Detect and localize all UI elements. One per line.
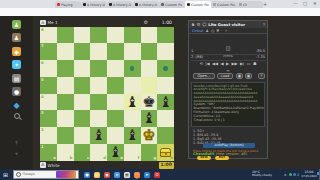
square-h3[interactable]	[157, 110, 174, 127]
window-close-button[interactable]: ✕	[313, 1, 317, 6]
sidebar-nav-puzzles-icon[interactable]: ◆	[12, 47, 21, 56]
square-e7[interactable]	[107, 43, 124, 60]
playback-button[interactable]: ▶▶	[231, 61, 237, 66]
chessbot-panel: ♞ ⚙ ☺ Lite Guest visitor ? Debut ♟◷▼·+ ◫…	[188, 20, 268, 159]
square-h5[interactable]	[157, 77, 174, 94]
panel-button-[interactable]: ▣	[245, 73, 252, 79]
treasure-chest[interactable]	[160, 148, 171, 157]
rank-label: 7	[41, 44, 44, 48]
tab-title: A History Of	[139, 3, 157, 7]
square-b2[interactable]	[57, 127, 74, 144]
square-c5[interactable]	[74, 77, 91, 94]
taskbar-explorer-icon[interactable]: ▥	[94, 172, 100, 178]
sidebar-help-icon[interactable]: ?	[15, 140, 18, 146]
tab-title: Ch	[243, 3, 247, 7]
square-e3[interactable]	[107, 110, 124, 127]
selected-mode-row[interactable]: AutoPlay (bottom)	[203, 143, 255, 148]
square-b6[interactable]	[57, 60, 74, 77]
square-e6[interactable]	[107, 60, 124, 77]
square-g5[interactable]	[141, 77, 158, 94]
file-label: b	[70, 156, 73, 160]
opponent-avatar: ♙	[40, 20, 46, 26]
move-hint-dot	[163, 66, 168, 71]
opponent-name: Me 1	[48, 20, 58, 25]
browser-tab[interactable]: Custom Positi	[185, 1, 211, 8]
player-avatar: ♙	[40, 162, 46, 168]
browser-tab[interactable]: A History Of	[107, 1, 133, 8]
weather-widget[interactable]: 10°C Mostly cloudy	[252, 171, 282, 178]
tab-favicon	[187, 3, 190, 6]
file-label: d	[103, 156, 106, 160]
square-b1[interactable]: b	[57, 144, 74, 161]
square-d1[interactable]: d	[90, 144, 107, 161]
gear-icon[interactable]: ⚙	[197, 22, 201, 27]
square-c8[interactable]	[74, 27, 91, 44]
tray-expand-icon[interactable]: ∧	[284, 173, 287, 177]
chesscom-sidebar: ♟♟◆✦▤●◆?«	[0, 16, 33, 169]
playback-button[interactable]: ▭	[247, 61, 251, 66]
playback-button[interactable]: ◀	[221, 61, 224, 66]
tab-favicon	[161, 3, 164, 6]
square-h8[interactable]	[157, 27, 174, 44]
square-a7[interactable]: 7	[40, 43, 57, 60]
square-a1[interactable]: 1a	[40, 144, 57, 161]
move-hint-dot	[130, 66, 135, 71]
panel-quick-icon[interactable]: ♟	[206, 28, 209, 33]
panel-button-open[interactable]: Open...	[193, 73, 215, 79]
square-g8[interactable]	[141, 27, 158, 44]
playback-button[interactable]: ◀◀	[212, 61, 218, 66]
tab-favicon	[57, 3, 60, 6]
square-f3[interactable]	[124, 110, 141, 127]
file-label: a	[53, 156, 56, 160]
taskbar-chrome-icon[interactable]: ◉	[104, 172, 110, 178]
square-g7[interactable]	[141, 43, 158, 60]
square-e5[interactable]	[107, 77, 124, 94]
panel-divider-handle[interactable]: ≡	[189, 69, 267, 73]
square-d3[interactable]	[90, 110, 107, 127]
new-tab-button[interactable]: +	[263, 2, 267, 7]
panel-quick-icon[interactable]: ▼	[216, 28, 219, 33]
smiley-icon: ☺	[202, 22, 207, 27]
taskbar-telegram-icon[interactable]: ➤	[144, 172, 150, 178]
taskbar-opera-icon[interactable]: O	[154, 172, 160, 178]
square-c1[interactable]: c	[74, 144, 91, 161]
rank-label: 5	[41, 78, 44, 82]
taskbar-search-box[interactable]: Пошук	[13, 170, 79, 178]
chesscom-page: ♟♟◆✦▤●◆?« ♙ Me 1 ⚙ 1:00 87654321abcdefgh…	[0, 16, 320, 169]
playback-button[interactable]: ☗	[253, 61, 257, 66]
square-c6[interactable]	[74, 60, 91, 77]
weather-text: Mostly cloudy	[252, 174, 282, 177]
tab-favicon	[83, 3, 86, 6]
board-settings-gear-icon[interactable]: ⚙	[144, 20, 148, 25]
panel-button-[interactable]: ▣	[236, 73, 243, 79]
chess-board[interactable]: 87654321abcdefgh♝♚♝♝♝♝♚♝	[40, 27, 174, 161]
panel-title: Lite Guest visitor	[208, 22, 245, 27]
playback-button[interactable]: ▶	[226, 61, 229, 66]
chest-keyhole	[165, 153, 167, 155]
square-f7[interactable]	[124, 43, 141, 60]
square-c4[interactable]	[74, 94, 91, 111]
browser-tab[interactable]: Ch	[237, 1, 263, 8]
sidebar-nav-play-icon[interactable]: ♟	[12, 33, 21, 42]
tab-title: A History Of	[87, 3, 105, 7]
rank-label: 2	[41, 128, 44, 132]
buy-button[interactable]: BUY	[215, 156, 229, 160]
sidebar-nav-watch-icon[interactable]: ▤	[12, 74, 21, 83]
browser-tab[interactable]: Custom Po	[159, 1, 185, 8]
square-e8[interactable]	[107, 27, 124, 44]
search-promo-image[interactable]	[56, 171, 76, 178]
square-b8[interactable]	[57, 27, 74, 44]
sidebar-nav-social-icon[interactable]: ●	[12, 87, 21, 96]
square-d4[interactable]	[90, 94, 107, 111]
variation-move: 1.	[191, 49, 194, 53]
square-c3[interactable]	[74, 110, 91, 127]
playback-button[interactable]: ▶|	[240, 61, 244, 66]
file-label: g	[154, 156, 157, 160]
rank-label: 6	[41, 61, 44, 65]
black-bishop[interactable]: ♝	[124, 127, 141, 144]
black-king[interactable]: ♚	[141, 94, 158, 111]
tab-favicon	[239, 3, 242, 6]
file-label: f	[138, 156, 140, 160]
taskbar-edge-icon[interactable]: e	[114, 172, 120, 178]
square-d6[interactable]	[90, 60, 107, 77]
engine-log-textarea[interactable]: NewApi-LmovRev.hgf-1-g5-d4-Fwd/ArsenqPt-…	[191, 82, 265, 127]
taskbar-cortana-icon[interactable]: ●	[84, 172, 90, 178]
taskbar-firefox-icon[interactable]: ◠	[134, 172, 140, 178]
square-a8[interactable]: 8	[40, 27, 57, 44]
white-king[interactable]: ♚	[141, 127, 158, 144]
square-a5[interactable]: 5	[40, 77, 57, 94]
playback-button[interactable]: |◀	[205, 61, 209, 66]
start-button[interactable]: ⊞	[3, 171, 8, 178]
tab-favicon	[109, 3, 112, 6]
rank-label: 4	[41, 95, 44, 99]
square-h7[interactable]	[157, 43, 174, 60]
square-e4[interactable]	[107, 94, 124, 111]
new-button[interactable]: NEW	[197, 156, 211, 160]
rank-label: 8	[41, 28, 44, 32]
panel-quick-row: Debut ♟◷▼·+	[189, 28, 267, 34]
square-a6[interactable]: 6	[40, 60, 57, 77]
search-icon	[16, 172, 21, 177]
show-desktop-button[interactable]	[319, 169, 320, 180]
square-a2[interactable]: 2	[40, 127, 57, 144]
variation-row[interactable]: 2. (R6) -7.25	[191, 54, 265, 61]
player-bar-bottom: ♙ White 1:00	[40, 162, 174, 169]
square-b7[interactable]	[57, 43, 74, 60]
panel-quick-icon[interactable]: ◷	[211, 28, 214, 33]
sidebar-search-icon-handle	[19, 117, 21, 119]
tab-favicon	[135, 3, 138, 6]
square-c2[interactable]	[74, 127, 91, 144]
sidebar-collapse-icon[interactable]: «	[15, 150, 18, 156]
window-minimize-button[interactable]: —	[293, 1, 298, 6]
browser-tab[interactable]: Custom Pos	[211, 1, 237, 8]
playback-controls: ⟲|◀◀◀◀▶▶▶▶|▭☗	[189, 61, 267, 66]
square-g1[interactable]: g	[141, 144, 158, 161]
browser-tab[interactable]: A History Of	[133, 1, 159, 8]
file-label: c	[87, 156, 89, 160]
help-icon[interactable]: ?	[263, 22, 265, 27]
square-h2[interactable]	[157, 127, 174, 144]
tab-favicon	[213, 3, 216, 6]
square-b3[interactable]	[57, 110, 74, 127]
debut-link[interactable]: Debut	[192, 28, 204, 33]
square-b5[interactable]	[57, 77, 74, 94]
square-f8[interactable]	[124, 27, 141, 44]
panel-title-bar[interactable]: ♞ ⚙ ☺ Lite Guest visitor ?	[189, 21, 267, 28]
sidebar-free-trial-diamond-icon[interactable]: ◆	[12, 101, 21, 110]
variation-eval: -30.5	[256, 49, 265, 53]
clock-date: 17.05.2024	[301, 175, 317, 178]
square-a3[interactable]: 3	[40, 110, 57, 127]
panel-quick-icon[interactable]: ·	[221, 28, 222, 33]
browser-tab[interactable]: A History Of	[81, 1, 107, 8]
black-bishop[interactable]: ♝	[124, 94, 141, 111]
tab-title: Custom Po	[165, 3, 182, 7]
player-name: White	[48, 163, 60, 168]
tab-title: A History Of	[113, 3, 131, 7]
black-bishop[interactable]: ♝	[107, 144, 124, 161]
square-b4[interactable]	[57, 94, 74, 111]
square-d5[interactable]	[90, 77, 107, 94]
tab-title: Playing ·	[61, 3, 75, 7]
rank-label: 3	[41, 111, 44, 115]
square-e2[interactable]	[107, 127, 124, 144]
sidebar-chesscom-logo-icon[interactable]: ♟	[12, 20, 21, 29]
taskbar-clock[interactable]: 15:04 17.05.2024	[301, 171, 317, 178]
black-bishop[interactable]: ♝	[90, 127, 107, 144]
panel-quick-icon[interactable]: +	[224, 28, 227, 33]
variation-eval: -7.25	[256, 55, 265, 59]
square-d7[interactable]	[90, 43, 107, 60]
tray-app-icon[interactable]	[293, 173, 296, 176]
browser-tab[interactable]: Playing ·	[55, 1, 81, 8]
tab-title: Custom Positi	[191, 3, 209, 7]
square-a4[interactable]: 4	[40, 94, 57, 111]
rank-label: 1	[41, 145, 44, 149]
panel-button-load[interactable]: Load	[217, 73, 233, 79]
knight-icon: ♞	[191, 22, 195, 27]
sidebar-nav-learn-icon[interactable]: ✦	[12, 60, 21, 69]
search-placeholder: Пошук	[23, 172, 36, 176]
square-f1[interactable]: f	[124, 144, 141, 161]
black-bishop[interactable]: ♝	[157, 94, 174, 111]
square-g6[interactable]	[141, 60, 158, 77]
tab-title: Custom Pos	[217, 3, 235, 7]
taskbar-store-icon[interactable]: ▦	[124, 172, 130, 178]
square-d8[interactable]	[90, 27, 107, 44]
square-c7[interactable]	[74, 43, 91, 60]
player-bar-top: ♙ Me 1 ⚙ 1:00	[40, 19, 174, 26]
desktop-screenshot: + — □ ✕ Playing ·A History OfA History O…	[0, 0, 320, 180]
tray-app-icon[interactable]	[289, 173, 292, 176]
player-clock: 1:00	[159, 162, 174, 169]
info-line: TimeControl: 1*0 | 1	[194, 119, 263, 123]
square-f5[interactable]	[124, 77, 141, 94]
playback-button[interactable]: ⟲	[199, 61, 202, 66]
browser-tab-strip: + — □ ✕ Playing ·A History OfA History O…	[0, 0, 320, 8]
opponent-clock: 1:00	[160, 20, 174, 26]
black-bishop[interactable]: ♝	[141, 110, 158, 127]
variation-move: 2. (R6)	[191, 55, 203, 59]
windows-taskbar: ⊞ Пошук 10°C Mostly cloudy ∧ ♪ 15:04 17.…	[0, 169, 320, 180]
volume-icon[interactable]: ♪	[297, 173, 299, 177]
window-maximize-button[interactable]: □	[303, 1, 307, 6]
panel-button-[interactable]: ⇪	[258, 73, 265, 79]
